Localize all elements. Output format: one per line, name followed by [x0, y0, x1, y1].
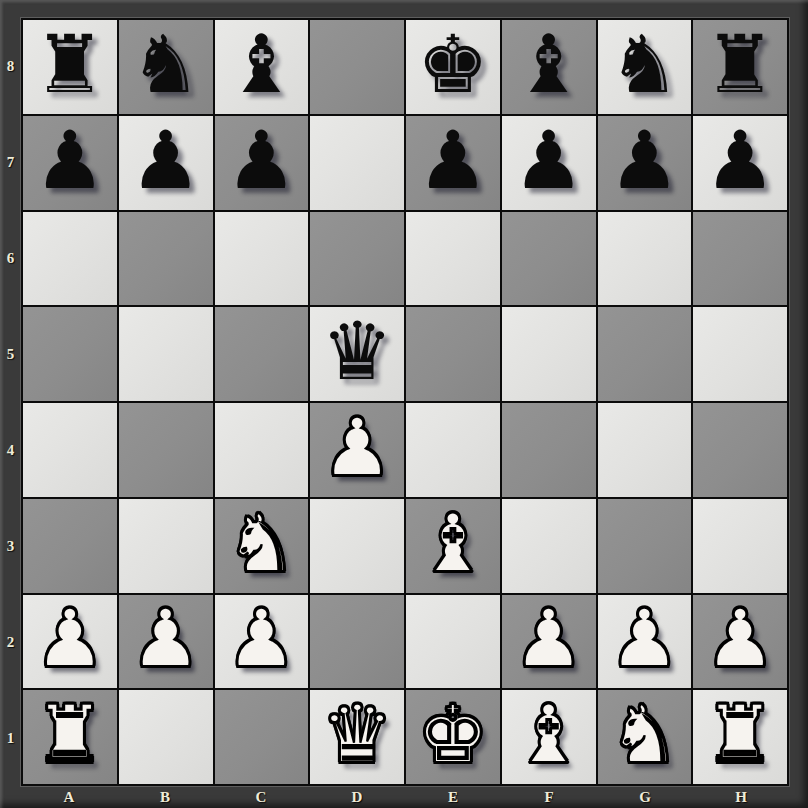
square-a1[interactable]: ♜	[23, 690, 117, 784]
square-g2[interactable]: ♟	[598, 595, 692, 689]
square-e4[interactable]	[406, 403, 500, 497]
piece-white-bishop[interactable]: ♝	[513, 695, 585, 775]
piece-black-pawn[interactable]: ♟	[34, 121, 106, 201]
square-h7[interactable]: ♟	[693, 116, 787, 210]
file-label-a: A	[21, 786, 117, 808]
piece-white-queen[interactable]: ♛	[321, 695, 393, 775]
square-a8[interactable]: ♜	[23, 20, 117, 114]
square-c7[interactable]: ♟	[215, 116, 309, 210]
rank-label-3: 3	[0, 498, 21, 594]
piece-black-bishop[interactable]: ♝	[226, 25, 298, 105]
piece-white-pawn[interactable]: ♟	[609, 599, 681, 679]
square-e1[interactable]: ♚	[406, 690, 500, 784]
piece-black-pawn[interactable]: ♟	[609, 121, 681, 201]
file-label-c: C	[213, 786, 309, 808]
square-b5[interactable]	[119, 307, 213, 401]
square-h1[interactable]: ♜	[693, 690, 787, 784]
square-e6[interactable]	[406, 212, 500, 306]
piece-white-bishop[interactable]: ♝	[417, 504, 489, 584]
square-d4[interactable]: ♟	[310, 403, 404, 497]
square-b8[interactable]: ♞	[119, 20, 213, 114]
file-label-b: B	[117, 786, 213, 808]
square-g7[interactable]: ♟	[598, 116, 692, 210]
square-g4[interactable]	[598, 403, 692, 497]
piece-black-knight[interactable]: ♞	[130, 25, 202, 105]
piece-black-pawn[interactable]: ♟	[704, 121, 776, 201]
square-g6[interactable]	[598, 212, 692, 306]
square-c8[interactable]: ♝	[215, 20, 309, 114]
square-b2[interactable]: ♟	[119, 595, 213, 689]
square-a5[interactable]	[23, 307, 117, 401]
square-e3[interactable]: ♝	[406, 499, 500, 593]
piece-black-rook[interactable]: ♜	[704, 25, 776, 105]
square-g8[interactable]: ♞	[598, 20, 692, 114]
piece-white-pawn[interactable]: ♟	[226, 599, 298, 679]
piece-black-pawn[interactable]: ♟	[130, 121, 202, 201]
piece-white-pawn[interactable]: ♟	[34, 599, 106, 679]
square-d8[interactable]	[310, 20, 404, 114]
piece-white-pawn[interactable]: ♟	[704, 599, 776, 679]
piece-black-king[interactable]: ♚	[417, 25, 489, 105]
file-label-d: D	[309, 786, 405, 808]
square-c4[interactable]	[215, 403, 309, 497]
square-d6[interactable]	[310, 212, 404, 306]
piece-black-rook[interactable]: ♜	[34, 25, 106, 105]
file-label-e: E	[405, 786, 501, 808]
square-c6[interactable]	[215, 212, 309, 306]
square-d1[interactable]: ♛	[310, 690, 404, 784]
square-g5[interactable]	[598, 307, 692, 401]
file-label-h: H	[693, 786, 789, 808]
piece-black-knight[interactable]: ♞	[609, 25, 681, 105]
square-d3[interactable]	[310, 499, 404, 593]
square-f8[interactable]: ♝	[502, 20, 596, 114]
square-h4[interactable]	[693, 403, 787, 497]
square-h3[interactable]	[693, 499, 787, 593]
square-e8[interactable]: ♚	[406, 20, 500, 114]
rank-label-4: 4	[0, 402, 21, 498]
piece-black-pawn[interactable]: ♟	[226, 121, 298, 201]
file-labels: ABCDEFGH	[21, 786, 789, 808]
square-c1[interactable]	[215, 690, 309, 784]
square-b4[interactable]	[119, 403, 213, 497]
piece-white-knight[interactable]: ♞	[609, 695, 681, 775]
square-b1[interactable]	[119, 690, 213, 784]
square-e5[interactable]	[406, 307, 500, 401]
square-h5[interactable]	[693, 307, 787, 401]
square-h8[interactable]: ♜	[693, 20, 787, 114]
rank-labels: 87654321	[0, 18, 21, 786]
piece-white-rook[interactable]: ♜	[34, 695, 106, 775]
square-f6[interactable]	[502, 212, 596, 306]
square-c2[interactable]: ♟	[215, 595, 309, 689]
square-f4[interactable]	[502, 403, 596, 497]
piece-white-king[interactable]: ♚	[417, 695, 489, 775]
square-h2[interactable]: ♟	[693, 595, 787, 689]
square-g1[interactable]: ♞	[598, 690, 692, 784]
square-a7[interactable]: ♟	[23, 116, 117, 210]
piece-black-bishop[interactable]: ♝	[513, 25, 585, 105]
rank-label-7: 7	[0, 114, 21, 210]
square-f1[interactable]: ♝	[502, 690, 596, 784]
rank-label-2: 2	[0, 594, 21, 690]
piece-black-queen[interactable]: ♛	[321, 312, 393, 392]
piece-white-pawn[interactable]: ♟	[513, 599, 585, 679]
square-b7[interactable]: ♟	[119, 116, 213, 210]
rank-label-1: 1	[0, 690, 21, 786]
square-c5[interactable]	[215, 307, 309, 401]
square-c3[interactable]: ♞	[215, 499, 309, 593]
square-h6[interactable]	[693, 212, 787, 306]
square-f3[interactable]	[502, 499, 596, 593]
square-f2[interactable]: ♟	[502, 595, 596, 689]
board-frame: 87654321 ♜♞♝♚♝♞♜♟♟♟♟♟♟♟♛♟♞♝♟♟♟♟♟♟♜♛♚♝♞♜ …	[0, 0, 808, 808]
square-a2[interactable]: ♟	[23, 595, 117, 689]
piece-white-pawn[interactable]: ♟	[321, 408, 393, 488]
rank-label-5: 5	[0, 306, 21, 402]
rank-label-8: 8	[0, 18, 21, 114]
square-f5[interactable]	[502, 307, 596, 401]
square-d2[interactable]	[310, 595, 404, 689]
file-label-g: G	[597, 786, 693, 808]
chess-board: ♜♞♝♚♝♞♜♟♟♟♟♟♟♟♛♟♞♝♟♟♟♟♟♟♜♛♚♝♞♜	[21, 18, 789, 786]
square-f7[interactable]: ♟	[502, 116, 596, 210]
square-b6[interactable]	[119, 212, 213, 306]
piece-white-pawn[interactable]: ♟	[130, 599, 202, 679]
piece-black-pawn[interactable]: ♟	[513, 121, 585, 201]
square-d5[interactable]: ♛	[310, 307, 404, 401]
square-a3[interactable]	[23, 499, 117, 593]
rank-label-6: 6	[0, 210, 21, 306]
file-label-f: F	[501, 786, 597, 808]
square-g3[interactable]	[598, 499, 692, 593]
square-a4[interactable]	[23, 403, 117, 497]
piece-white-rook[interactable]: ♜	[704, 695, 776, 775]
square-e7[interactable]: ♟	[406, 116, 500, 210]
square-a6[interactable]	[23, 212, 117, 306]
square-b3[interactable]	[119, 499, 213, 593]
square-d7[interactable]	[310, 116, 404, 210]
piece-white-knight[interactable]: ♞	[226, 504, 298, 584]
piece-black-pawn[interactable]: ♟	[417, 121, 489, 201]
square-e2[interactable]	[406, 595, 500, 689]
